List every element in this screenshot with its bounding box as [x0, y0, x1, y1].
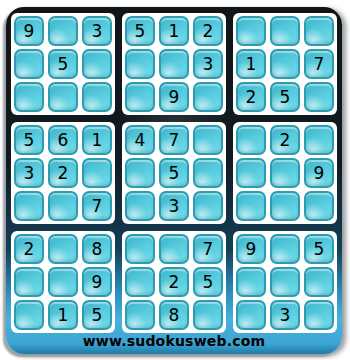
box-r1c2: 29	[233, 122, 337, 224]
cell-r4c1[interactable]: 5	[14, 125, 44, 155]
cell-r2c4[interactable]	[125, 49, 155, 79]
cell-r6c1[interactable]	[14, 191, 44, 221]
cell-r3c7[interactable]: 2	[236, 82, 266, 112]
cell-r8c4[interactable]	[125, 267, 155, 297]
cell-r6c7[interactable]	[236, 191, 266, 221]
cell-r1c5[interactable]: 1	[159, 16, 189, 46]
cell-r2c5[interactable]	[159, 49, 189, 79]
cell-r1c4[interactable]: 5	[125, 16, 155, 46]
cell-r1c8[interactable]	[270, 16, 300, 46]
cell-r6c3[interactable]: 7	[82, 191, 112, 221]
cell-r4c6[interactable]	[193, 125, 223, 155]
cell-r7c7[interactable]: 9	[236, 234, 266, 264]
cell-r5c3[interactable]	[82, 158, 112, 188]
cell-r5c1[interactable]: 3	[14, 158, 44, 188]
cell-r8c2[interactable]	[48, 267, 78, 297]
cell-r7c8[interactable]	[270, 234, 300, 264]
cell-r5c9[interactable]: 9	[304, 158, 334, 188]
box-r2c1: 7258	[122, 231, 226, 333]
cell-r9c9[interactable]	[304, 300, 334, 330]
cell-r1c9[interactable]	[304, 16, 334, 46]
cell-r1c3[interactable]: 3	[82, 16, 112, 46]
cell-r6c8[interactable]	[270, 191, 300, 221]
sudoku-grid: 935512391725561327475329289157258953	[11, 13, 337, 333]
cell-r4c4[interactable]: 4	[125, 125, 155, 155]
cell-r1c7[interactable]	[236, 16, 266, 46]
cell-r4c9[interactable]	[304, 125, 334, 155]
box-r1c0: 561327	[11, 122, 115, 224]
cell-r8c7[interactable]	[236, 267, 266, 297]
cell-r1c2[interactable]	[48, 16, 78, 46]
box-r2c2: 953	[233, 231, 337, 333]
cell-r3c3[interactable]	[82, 82, 112, 112]
cell-r8c8[interactable]	[270, 267, 300, 297]
cell-r8c3[interactable]: 9	[82, 267, 112, 297]
cell-r4c8[interactable]: 2	[270, 125, 300, 155]
cell-r2c6[interactable]: 3	[193, 49, 223, 79]
cell-r5c4[interactable]	[125, 158, 155, 188]
cell-r7c4[interactable]	[125, 234, 155, 264]
cell-r7c1[interactable]: 2	[14, 234, 44, 264]
cell-r1c1[interactable]: 9	[14, 16, 44, 46]
cell-r7c5[interactable]	[159, 234, 189, 264]
cell-r3c2[interactable]	[48, 82, 78, 112]
cell-r1c6[interactable]: 2	[193, 16, 223, 46]
box-r2c0: 28915	[11, 231, 115, 333]
cell-r6c6[interactable]	[193, 191, 223, 221]
cell-r3c9[interactable]	[304, 82, 334, 112]
cell-r4c5[interactable]: 7	[159, 125, 189, 155]
cell-r6c5[interactable]: 3	[159, 191, 189, 221]
cell-r3c8[interactable]: 5	[270, 82, 300, 112]
cell-r7c2[interactable]	[48, 234, 78, 264]
cell-r5c2[interactable]: 2	[48, 158, 78, 188]
cell-r7c6[interactable]: 7	[193, 234, 223, 264]
cell-r6c9[interactable]	[304, 191, 334, 221]
cell-r3c1[interactable]	[14, 82, 44, 112]
box-r0c1: 51239	[122, 13, 226, 115]
cell-r9c5[interactable]: 8	[159, 300, 189, 330]
cell-r2c1[interactable]	[14, 49, 44, 79]
cell-r3c5[interactable]: 9	[159, 82, 189, 112]
cell-r9c1[interactable]	[14, 300, 44, 330]
cell-r9c2[interactable]: 1	[48, 300, 78, 330]
sudoku-board: 935512391725561327475329289157258953 www…	[6, 7, 342, 354]
cell-r3c4[interactable]	[125, 82, 155, 112]
cell-r9c6[interactable]	[193, 300, 223, 330]
cell-r9c7[interactable]	[236, 300, 266, 330]
site-url: www.sudokusweb.com	[6, 332, 342, 350]
cell-r4c7[interactable]	[236, 125, 266, 155]
cell-r2c2[interactable]: 5	[48, 49, 78, 79]
cell-r2c3[interactable]	[82, 49, 112, 79]
cell-r2c7[interactable]: 1	[236, 49, 266, 79]
cell-r6c4[interactable]	[125, 191, 155, 221]
cell-r5c6[interactable]	[193, 158, 223, 188]
cell-r2c9[interactable]: 7	[304, 49, 334, 79]
cell-r9c4[interactable]	[125, 300, 155, 330]
box-r1c1: 4753	[122, 122, 226, 224]
cell-r6c2[interactable]	[48, 191, 78, 221]
cell-r4c3[interactable]: 1	[82, 125, 112, 155]
box-r0c2: 1725	[233, 13, 337, 115]
cell-r2c8[interactable]	[270, 49, 300, 79]
cell-r7c9[interactable]: 5	[304, 234, 334, 264]
cell-r4c2[interactable]: 6	[48, 125, 78, 155]
cell-r9c8[interactable]: 3	[270, 300, 300, 330]
box-r0c0: 935	[11, 13, 115, 115]
cell-r3c6[interactable]	[193, 82, 223, 112]
cell-r5c7[interactable]	[236, 158, 266, 188]
cell-r7c3[interactable]: 8	[82, 234, 112, 264]
cell-r5c5[interactable]: 5	[159, 158, 189, 188]
cell-r8c6[interactable]: 5	[193, 267, 223, 297]
cell-r5c8[interactable]	[270, 158, 300, 188]
cell-r8c1[interactable]	[14, 267, 44, 297]
cell-r8c5[interactable]: 2	[159, 267, 189, 297]
cell-r9c3[interactable]: 5	[82, 300, 112, 330]
cell-r8c9[interactable]	[304, 267, 334, 297]
